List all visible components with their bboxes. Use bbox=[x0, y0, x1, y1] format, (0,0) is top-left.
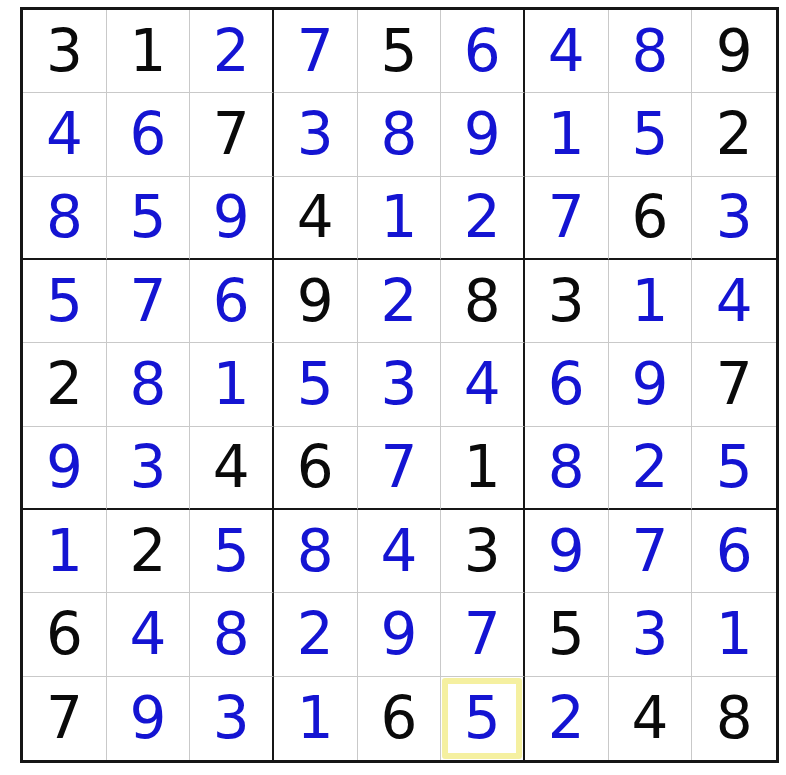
cell-r3c8[interactable]: 6 bbox=[609, 177, 693, 260]
cell-r7c3[interactable]: 5 bbox=[190, 510, 274, 593]
cell-r1c5[interactable]: 5 bbox=[358, 10, 442, 93]
cell-r5c8[interactable]: 9 bbox=[609, 343, 693, 426]
cell-r2c2[interactable]: 6 bbox=[107, 93, 191, 176]
cell-r7c1[interactable]: 1 bbox=[23, 510, 107, 593]
cell-r8c8[interactable]: 3 bbox=[609, 593, 693, 676]
cell-r6c5[interactable]: 7 bbox=[358, 427, 442, 510]
cell-r1c9[interactable]: 9 bbox=[692, 10, 776, 93]
cell-r9c7[interactable]: 2 bbox=[525, 677, 609, 760]
cell-r5c4[interactable]: 5 bbox=[274, 343, 358, 426]
cell-r4c7[interactable]: 3 bbox=[525, 260, 609, 343]
cell-r6c1[interactable]: 9 bbox=[23, 427, 107, 510]
cell-r6c6[interactable]: 1 bbox=[441, 427, 525, 510]
cell-r7c5[interactable]: 4 bbox=[358, 510, 442, 593]
cell-r6c8[interactable]: 2 bbox=[609, 427, 693, 510]
cell-r6c4[interactable]: 6 bbox=[274, 427, 358, 510]
cell-r8c3[interactable]: 8 bbox=[190, 593, 274, 676]
cell-r5c1[interactable]: 2 bbox=[23, 343, 107, 426]
cell-r3c9[interactable]: 3 bbox=[692, 177, 776, 260]
cell-r8c1[interactable]: 6 bbox=[23, 593, 107, 676]
cell-r5c9[interactable]: 7 bbox=[692, 343, 776, 426]
cell-r9c1[interactable]: 7 bbox=[23, 677, 107, 760]
cell-r4c9[interactable]: 4 bbox=[692, 260, 776, 343]
cell-r1c7[interactable]: 4 bbox=[525, 10, 609, 93]
cell-r9c6[interactable]: 5 bbox=[441, 677, 525, 760]
cell-r2c9[interactable]: 2 bbox=[692, 93, 776, 176]
cell-r4c6[interactable]: 8 bbox=[441, 260, 525, 343]
cell-r8c7[interactable]: 5 bbox=[525, 593, 609, 676]
page: 3127564894673891528594127635769283142815… bbox=[0, 0, 786, 775]
cell-r4c8[interactable]: 1 bbox=[609, 260, 693, 343]
cell-r8c4[interactable]: 2 bbox=[274, 593, 358, 676]
cell-r5c5[interactable]: 3 bbox=[358, 343, 442, 426]
cell-r8c2[interactable]: 4 bbox=[107, 593, 191, 676]
cell-r3c4[interactable]: 4 bbox=[274, 177, 358, 260]
cell-r4c4[interactable]: 9 bbox=[274, 260, 358, 343]
cell-r2c3[interactable]: 7 bbox=[190, 93, 274, 176]
cell-r1c8[interactable]: 8 bbox=[609, 10, 693, 93]
sudoku-board: 3127564894673891528594127635769283142815… bbox=[20, 7, 779, 763]
cell-r3c6[interactable]: 2 bbox=[441, 177, 525, 260]
cell-r5c6[interactable]: 4 bbox=[441, 343, 525, 426]
cell-r8c9[interactable]: 1 bbox=[692, 593, 776, 676]
cell-r1c6[interactable]: 6 bbox=[441, 10, 525, 93]
cell-r8c5[interactable]: 9 bbox=[358, 593, 442, 676]
cell-r3c3[interactable]: 9 bbox=[190, 177, 274, 260]
cell-r9c4[interactable]: 1 bbox=[274, 677, 358, 760]
cell-r7c2[interactable]: 2 bbox=[107, 510, 191, 593]
cell-r5c3[interactable]: 1 bbox=[190, 343, 274, 426]
cell-r1c3[interactable]: 2 bbox=[190, 10, 274, 93]
cell-r3c7[interactable]: 7 bbox=[525, 177, 609, 260]
cell-r7c8[interactable]: 7 bbox=[609, 510, 693, 593]
cell-r4c5[interactable]: 2 bbox=[358, 260, 442, 343]
cell-r9c9[interactable]: 8 bbox=[692, 677, 776, 760]
cell-r1c4[interactable]: 7 bbox=[274, 10, 358, 93]
cell-r6c2[interactable]: 3 bbox=[107, 427, 191, 510]
cell-r6c3[interactable]: 4 bbox=[190, 427, 274, 510]
cell-r5c7[interactable]: 6 bbox=[525, 343, 609, 426]
cell-r1c1[interactable]: 3 bbox=[23, 10, 107, 93]
cell-r2c1[interactable]: 4 bbox=[23, 93, 107, 176]
cell-r7c9[interactable]: 6 bbox=[692, 510, 776, 593]
cell-r2c6[interactable]: 9 bbox=[441, 93, 525, 176]
cell-r2c7[interactable]: 1 bbox=[525, 93, 609, 176]
cell-r4c1[interactable]: 5 bbox=[23, 260, 107, 343]
cell-r7c6[interactable]: 3 bbox=[441, 510, 525, 593]
cell-r7c7[interactable]: 9 bbox=[525, 510, 609, 593]
cell-r2c5[interactable]: 8 bbox=[358, 93, 442, 176]
cell-r2c8[interactable]: 5 bbox=[609, 93, 693, 176]
cell-r9c5[interactable]: 6 bbox=[358, 677, 442, 760]
cell-r6c7[interactable]: 8 bbox=[525, 427, 609, 510]
cell-r3c1[interactable]: 8 bbox=[23, 177, 107, 260]
cell-r6c9[interactable]: 5 bbox=[692, 427, 776, 510]
cell-r9c8[interactable]: 4 bbox=[609, 677, 693, 760]
cell-r4c3[interactable]: 6 bbox=[190, 260, 274, 343]
cell-r2c4[interactable]: 3 bbox=[274, 93, 358, 176]
cell-r7c4[interactable]: 8 bbox=[274, 510, 358, 593]
cell-r3c2[interactable]: 5 bbox=[107, 177, 191, 260]
cell-r8c6[interactable]: 7 bbox=[441, 593, 525, 676]
cell-r9c2[interactable]: 9 bbox=[107, 677, 191, 760]
cell-r5c2[interactable]: 8 bbox=[107, 343, 191, 426]
cell-r9c3[interactable]: 3 bbox=[190, 677, 274, 760]
cell-r4c2[interactable]: 7 bbox=[107, 260, 191, 343]
cell-r3c5[interactable]: 1 bbox=[358, 177, 442, 260]
cell-r1c2[interactable]: 1 bbox=[107, 10, 191, 93]
